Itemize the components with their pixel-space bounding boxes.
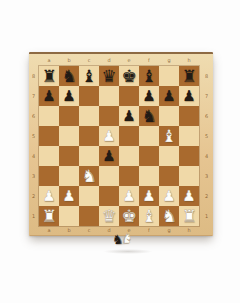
square-h6[interactable] <box>179 106 199 126</box>
square-d5[interactable]: ♟ <box>99 126 119 146</box>
square-h8[interactable]: ♜ <box>179 66 199 86</box>
rank-label-left-6: 6 <box>29 106 38 126</box>
file-label-bottom-c: c <box>79 226 99 234</box>
white-bishop: ♝ <box>141 208 156 225</box>
rank-label-right-2: 2 <box>202 186 211 206</box>
square-c5[interactable] <box>79 126 99 146</box>
square-d2[interactable] <box>99 186 119 206</box>
square-g8[interactable] <box>159 66 179 86</box>
square-d4[interactable]: ♟ <box>99 146 119 166</box>
black-rook: ♜ <box>181 68 196 85</box>
square-f6[interactable]: ♞ <box>139 106 159 126</box>
square-f7[interactable]: ♟ <box>139 86 159 106</box>
square-e7[interactable] <box>119 86 139 106</box>
black-rook: ♜ <box>41 68 56 85</box>
square-e8[interactable]: ♚ <box>119 66 139 86</box>
square-h4[interactable] <box>179 146 199 166</box>
square-b2[interactable]: ♟ <box>59 186 79 206</box>
black-bishop: ♝ <box>81 68 96 85</box>
black-pawn: ♟ <box>142 89 155 104</box>
square-e3[interactable] <box>119 166 139 186</box>
black-pawn: ♟ <box>122 109 135 124</box>
rank-label-left-3: 3 <box>29 166 38 186</box>
square-f8[interactable]: ♝ <box>139 66 159 86</box>
rank-label-left-8: 8 <box>29 66 38 86</box>
square-g5[interactable]: ♝ <box>159 126 179 146</box>
spare-white-knight: ♞ <box>121 232 134 246</box>
square-d8[interactable]: ♛ <box>99 66 119 86</box>
square-c8[interactable]: ♝ <box>79 66 99 86</box>
black-king: ♚ <box>121 68 136 85</box>
white-knight: ♞ <box>81 168 96 185</box>
square-g2[interactable]: ♟ <box>159 186 179 206</box>
square-e5[interactable] <box>119 126 139 146</box>
square-f3[interactable] <box>139 166 159 186</box>
square-c1[interactable] <box>79 206 99 226</box>
white-pawn: ♟ <box>42 189 55 204</box>
square-g3[interactable] <box>159 166 179 186</box>
file-label-top-h: h <box>179 56 199 64</box>
file-labels-top: abcdefgh <box>39 56 199 64</box>
square-a8[interactable]: ♜ <box>39 66 59 86</box>
rank-labels-right: 87654321 <box>202 66 211 226</box>
white-pawn: ♟ <box>182 189 195 204</box>
photo-background: abcdefgh abcdefgh 87654321 87654321 ♜♞♝♛… <box>0 0 240 303</box>
square-a3[interactable] <box>39 166 59 186</box>
square-d3[interactable] <box>99 166 119 186</box>
black-pawn: ♟ <box>182 89 195 104</box>
rank-label-right-5: 5 <box>202 126 211 146</box>
square-g1[interactable]: ♞ <box>159 206 179 226</box>
file-label-top-e: e <box>119 56 139 64</box>
square-a4[interactable] <box>39 146 59 166</box>
white-pawn: ♟ <box>62 189 75 204</box>
square-d7[interactable] <box>99 86 119 106</box>
file-label-bottom-h: h <box>179 226 199 234</box>
square-f2[interactable]: ♟ <box>139 186 159 206</box>
square-a6[interactable] <box>39 106 59 126</box>
square-e1[interactable]: ♚ <box>119 206 139 226</box>
rank-label-right-7: 7 <box>202 86 211 106</box>
square-b3[interactable] <box>59 166 79 186</box>
tray-shadow <box>103 249 153 254</box>
square-g4[interactable] <box>159 146 179 166</box>
rank-label-right-6: 6 <box>202 106 211 126</box>
rank-label-right-3: 3 <box>202 166 211 186</box>
square-a5[interactable] <box>39 126 59 146</box>
black-pawn: ♟ <box>42 89 55 104</box>
square-d6[interactable] <box>99 106 119 126</box>
black-pawn: ♟ <box>102 149 115 164</box>
white-rook: ♜ <box>41 208 56 225</box>
file-label-bottom-b: b <box>59 226 79 234</box>
rank-label-left-1: 1 <box>29 206 38 226</box>
file-label-top-f: f <box>139 56 159 64</box>
black-queen: ♛ <box>101 68 116 85</box>
white-pawn: ♟ <box>102 129 115 144</box>
square-a1[interactable]: ♜ <box>39 206 59 226</box>
square-d1[interactable]: ♛ <box>99 206 119 226</box>
black-pawn: ♟ <box>62 89 75 104</box>
rank-label-left-5: 5 <box>29 126 38 146</box>
rank-label-right-4: 4 <box>202 146 211 166</box>
square-h2[interactable]: ♟ <box>179 186 199 206</box>
square-b7[interactable]: ♟ <box>59 86 79 106</box>
square-c3[interactable]: ♞ <box>79 166 99 186</box>
white-pawn: ♟ <box>162 189 175 204</box>
square-b4[interactable] <box>59 146 79 166</box>
square-g7[interactable]: ♟ <box>159 86 179 106</box>
square-f5[interactable] <box>139 126 159 146</box>
white-queen: ♛ <box>101 208 116 225</box>
black-pawn: ♟ <box>162 89 175 104</box>
square-a7[interactable]: ♟ <box>39 86 59 106</box>
square-c7[interactable] <box>79 86 99 106</box>
white-king: ♚ <box>121 208 136 225</box>
square-b1[interactable] <box>59 206 79 226</box>
file-label-top-b: b <box>59 56 79 64</box>
file-label-top-d: d <box>99 56 119 64</box>
rank-label-right-8: 8 <box>202 66 211 86</box>
demo-chess-board: abcdefgh abcdefgh 87654321 87654321 ♜♞♝♛… <box>29 52 213 236</box>
square-a2[interactable]: ♟ <box>39 186 59 206</box>
rank-label-left-7: 7 <box>29 86 38 106</box>
white-pawn: ♟ <box>122 189 135 204</box>
white-bishop: ♝ <box>161 128 176 145</box>
file-label-top-c: c <box>79 56 99 64</box>
square-b8[interactable]: ♞ <box>59 66 79 86</box>
rank-labels-left: 87654321 <box>29 66 38 226</box>
black-knight: ♞ <box>141 108 156 125</box>
square-e4[interactable] <box>119 146 139 166</box>
square-c6[interactable] <box>79 106 99 126</box>
square-b5[interactable] <box>59 126 79 146</box>
square-h3[interactable] <box>179 166 199 186</box>
square-h1[interactable]: ♜ <box>179 206 199 226</box>
square-e6[interactable]: ♟ <box>119 106 139 126</box>
white-knight: ♞ <box>161 208 176 225</box>
file-label-bottom-g: g <box>159 226 179 234</box>
square-c2[interactable] <box>79 186 99 206</box>
square-f4[interactable] <box>139 146 159 166</box>
chess-board-grid: ♜♞♝♛♚♝♜♟♟♟♟♟♟♞♟♝♟♞♟♟♟♟♟♟♜♛♚♝♞♜ <box>39 66 199 226</box>
black-knight: ♞ <box>61 68 76 85</box>
square-c4[interactable] <box>79 146 99 166</box>
white-pawn: ♟ <box>142 189 155 204</box>
file-label-bottom-a: a <box>39 226 59 234</box>
black-bishop: ♝ <box>141 68 156 85</box>
rank-label-right-1: 1 <box>202 206 211 226</box>
rank-label-left-4: 4 <box>29 146 38 166</box>
file-label-top-a: a <box>39 56 59 64</box>
rank-label-left-2: 2 <box>29 186 38 206</box>
square-h5[interactable] <box>179 126 199 146</box>
square-f1[interactable]: ♝ <box>139 206 159 226</box>
file-label-top-g: g <box>159 56 179 64</box>
square-g6[interactable] <box>159 106 179 126</box>
square-h7[interactable]: ♟ <box>179 86 199 106</box>
square-b6[interactable] <box>59 106 79 126</box>
white-rook: ♜ <box>181 208 196 225</box>
square-e2[interactable]: ♟ <box>119 186 139 206</box>
